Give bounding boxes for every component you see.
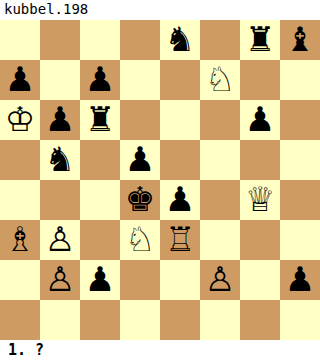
piece-white-king: ♔ bbox=[5, 100, 35, 139]
piece-black-pawn: ♟ bbox=[85, 260, 115, 299]
square-a3[interactable]: ♗ bbox=[0, 220, 40, 260]
piece-white-pawn: ♙ bbox=[45, 220, 75, 259]
square-a4[interactable] bbox=[0, 180, 40, 220]
piece-white-knight: ♘ bbox=[125, 220, 155, 259]
square-g7[interactable] bbox=[240, 60, 280, 100]
square-f1[interactable] bbox=[200, 300, 240, 340]
square-f4[interactable] bbox=[200, 180, 240, 220]
square-f2[interactable]: ♙ bbox=[200, 260, 240, 300]
piece-white-pawn: ♙ bbox=[45, 260, 75, 299]
square-a8[interactable] bbox=[0, 20, 40, 60]
square-e8[interactable]: ♞ bbox=[160, 20, 200, 60]
square-a2[interactable] bbox=[0, 260, 40, 300]
square-b5[interactable]: ♞ bbox=[40, 140, 80, 180]
square-e5[interactable] bbox=[160, 140, 200, 180]
square-e7[interactable] bbox=[160, 60, 200, 100]
square-f6[interactable] bbox=[200, 100, 240, 140]
square-f3[interactable] bbox=[200, 220, 240, 260]
square-d3[interactable]: ♘ bbox=[120, 220, 160, 260]
square-d1[interactable] bbox=[120, 300, 160, 340]
piece-black-knight: ♞ bbox=[165, 20, 195, 59]
square-h1[interactable] bbox=[280, 300, 320, 340]
square-h8[interactable]: ♝ bbox=[280, 20, 320, 60]
piece-black-pawn: ♟ bbox=[245, 100, 275, 139]
square-b6[interactable]: ♟ bbox=[40, 100, 80, 140]
square-h5[interactable] bbox=[280, 140, 320, 180]
square-b1[interactable] bbox=[40, 300, 80, 340]
square-e2[interactable] bbox=[160, 260, 200, 300]
square-f7[interactable]: ♘ bbox=[200, 60, 240, 100]
square-c8[interactable] bbox=[80, 20, 120, 60]
square-e3[interactable]: ♖ bbox=[160, 220, 200, 260]
piece-white-knight: ♘ bbox=[205, 60, 235, 99]
square-g2[interactable] bbox=[240, 260, 280, 300]
square-d2[interactable] bbox=[120, 260, 160, 300]
square-g4[interactable]: ♕ bbox=[240, 180, 280, 220]
square-c5[interactable] bbox=[80, 140, 120, 180]
square-h2[interactable]: ♟ bbox=[280, 260, 320, 300]
square-e4[interactable]: ♟ bbox=[160, 180, 200, 220]
square-h3[interactable] bbox=[280, 220, 320, 260]
piece-white-pawn: ♙ bbox=[205, 260, 235, 299]
square-f5[interactable] bbox=[200, 140, 240, 180]
square-g6[interactable]: ♟ bbox=[240, 100, 280, 140]
piece-black-bishop: ♝ bbox=[285, 20, 315, 59]
square-h4[interactable] bbox=[280, 180, 320, 220]
move-prompt: 1. ? bbox=[0, 340, 320, 360]
square-b4[interactable] bbox=[40, 180, 80, 220]
square-d5[interactable]: ♟ bbox=[120, 140, 160, 180]
square-d6[interactable] bbox=[120, 100, 160, 140]
piece-black-knight: ♞ bbox=[45, 140, 75, 179]
square-d4[interactable]: ♚ bbox=[120, 180, 160, 220]
square-d7[interactable] bbox=[120, 60, 160, 100]
piece-black-pawn: ♟ bbox=[45, 100, 75, 139]
square-c1[interactable] bbox=[80, 300, 120, 340]
square-b8[interactable] bbox=[40, 20, 80, 60]
square-b2[interactable]: ♙ bbox=[40, 260, 80, 300]
square-g1[interactable] bbox=[240, 300, 280, 340]
piece-white-queen: ♕ bbox=[245, 180, 275, 219]
square-b7[interactable] bbox=[40, 60, 80, 100]
square-d8[interactable] bbox=[120, 20, 160, 60]
piece-black-rook: ♜ bbox=[85, 100, 115, 139]
square-b3[interactable]: ♙ bbox=[40, 220, 80, 260]
piece-white-bishop: ♗ bbox=[5, 220, 35, 259]
square-a6[interactable]: ♔ bbox=[0, 100, 40, 140]
piece-black-pawn: ♟ bbox=[85, 60, 115, 99]
square-a5[interactable] bbox=[0, 140, 40, 180]
piece-black-king: ♚ bbox=[125, 180, 155, 219]
square-g8[interactable]: ♜ bbox=[240, 20, 280, 60]
square-e6[interactable] bbox=[160, 100, 200, 140]
piece-white-rook: ♖ bbox=[165, 220, 195, 259]
square-a7[interactable]: ♟ bbox=[0, 60, 40, 100]
piece-black-rook: ♜ bbox=[245, 20, 275, 59]
square-g5[interactable] bbox=[240, 140, 280, 180]
piece-black-pawn: ♟ bbox=[125, 140, 155, 179]
piece-black-pawn: ♟ bbox=[5, 60, 35, 99]
diagram-title: kubbel.198 bbox=[0, 0, 320, 20]
square-c6[interactable]: ♜ bbox=[80, 100, 120, 140]
square-c7[interactable]: ♟ bbox=[80, 60, 120, 100]
square-g3[interactable] bbox=[240, 220, 280, 260]
square-c3[interactable] bbox=[80, 220, 120, 260]
piece-black-pawn: ♟ bbox=[285, 260, 315, 299]
square-c4[interactable] bbox=[80, 180, 120, 220]
square-f8[interactable] bbox=[200, 20, 240, 60]
square-h6[interactable] bbox=[280, 100, 320, 140]
square-a1[interactable] bbox=[0, 300, 40, 340]
square-h7[interactable] bbox=[280, 60, 320, 100]
square-e1[interactable] bbox=[160, 300, 200, 340]
chess-board: ♞♜♝♟♟♘♔♟♜♟♞♟♚♟♕♗♙♘♖♙♟♙♟ bbox=[0, 20, 320, 340]
piece-black-pawn: ♟ bbox=[165, 180, 195, 219]
chess-diagram-window: kubbel.198 ♞♜♝♟♟♘♔♟♜♟♞♟♚♟♕♗♙♘♖♙♟♙♟ 1. ? bbox=[0, 0, 320, 360]
square-c2[interactable]: ♟ bbox=[80, 260, 120, 300]
